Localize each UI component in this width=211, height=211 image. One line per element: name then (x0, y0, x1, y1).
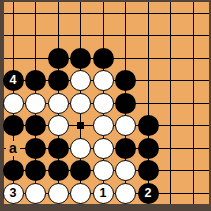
crop-edge-right (209, 0, 211, 211)
white-stone (25, 183, 46, 204)
black-stone (25, 160, 46, 181)
white-stone (115, 183, 136, 204)
go-board-diagram: 4a312 (0, 0, 211, 211)
white-stone (25, 93, 46, 114)
black-stone (138, 115, 159, 136)
white-stone-move-3: 3 (3, 183, 24, 204)
black-stone (3, 160, 24, 181)
white-stone (93, 138, 114, 159)
white-stone (48, 183, 69, 204)
white-stone (93, 115, 114, 136)
white-stone (70, 93, 91, 114)
point-label-a: a (6, 141, 20, 156)
white-stone (3, 93, 24, 114)
hoshi-square-marker (77, 122, 84, 129)
white-stone (70, 138, 91, 159)
black-stone-move-4: 4 (3, 70, 24, 91)
black-stone-move-2: 2 (138, 183, 159, 204)
black-stone (70, 48, 91, 69)
crop-edge-top (0, 0, 211, 2)
white-stone (115, 115, 136, 136)
grid-line-vertical (170, 2, 171, 204)
black-stone (25, 138, 46, 159)
white-stone (93, 160, 114, 181)
board-edge-bottom (0, 204, 211, 211)
white-stone (48, 115, 69, 136)
black-stone (48, 48, 69, 69)
black-stone (115, 138, 136, 159)
black-stone (115, 70, 136, 91)
black-stone (25, 115, 46, 136)
white-stone (93, 70, 114, 91)
white-stone (70, 70, 91, 91)
white-stone (115, 160, 136, 181)
black-stone (93, 48, 114, 69)
black-stone (48, 160, 69, 181)
white-stone-move-1: 1 (93, 183, 114, 204)
white-stone (70, 183, 91, 204)
black-stone (138, 138, 159, 159)
black-stone (48, 138, 69, 159)
black-stone (25, 70, 46, 91)
black-stone (48, 70, 69, 91)
black-stone (115, 93, 136, 114)
white-stone (93, 93, 114, 114)
grid-line-vertical (193, 2, 194, 204)
white-stone (48, 93, 69, 114)
black-stone (70, 160, 91, 181)
black-stone (138, 160, 159, 181)
black-stone (3, 115, 24, 136)
